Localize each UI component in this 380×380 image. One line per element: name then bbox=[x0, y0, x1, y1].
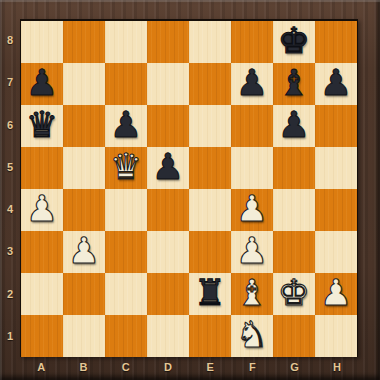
rank-label-2: 2 bbox=[0, 273, 20, 315]
square-b7[interactable] bbox=[63, 63, 105, 105]
black-pawn[interactable]: ♟ bbox=[320, 62, 352, 104]
square-d1[interactable] bbox=[147, 315, 189, 357]
white-pawn[interactable]: ♟ bbox=[320, 272, 352, 314]
file-label-f: F bbox=[231, 357, 273, 377]
white-king[interactable]: ♚ bbox=[278, 272, 310, 314]
square-h3[interactable] bbox=[315, 231, 357, 273]
white-pawn[interactable]: ♟ bbox=[236, 188, 268, 230]
white-pawn[interactable]: ♟ bbox=[26, 188, 58, 230]
square-e6[interactable] bbox=[189, 105, 231, 147]
file-label-b: B bbox=[62, 357, 104, 377]
file-label-c: C bbox=[105, 357, 147, 377]
square-c3[interactable] bbox=[105, 231, 147, 273]
square-e1[interactable] bbox=[189, 315, 231, 357]
file-label-h: H bbox=[316, 357, 358, 377]
rank-label-4: 4 bbox=[0, 188, 20, 230]
black-rook[interactable]: ♜ bbox=[194, 272, 226, 314]
square-d3[interactable] bbox=[147, 231, 189, 273]
square-g3[interactable] bbox=[273, 231, 315, 273]
square-c1[interactable] bbox=[105, 315, 147, 357]
file-label-a: A bbox=[20, 357, 62, 377]
square-d8[interactable] bbox=[147, 21, 189, 63]
black-pawn[interactable]: ♟ bbox=[278, 104, 310, 146]
square-f5[interactable] bbox=[231, 147, 273, 189]
chess-board-window: 8 7 6 5 4 3 2 1 ♚♟♟♝♟♛♟♟♛♟♟♟♟♟♜♝♚♟♞ A B … bbox=[0, 0, 380, 380]
square-a3[interactable] bbox=[21, 231, 63, 273]
square-a5[interactable] bbox=[21, 147, 63, 189]
square-c4[interactable] bbox=[105, 189, 147, 231]
square-d7[interactable] bbox=[147, 63, 189, 105]
square-h8[interactable] bbox=[315, 21, 357, 63]
square-f4[interactable]: ♟ bbox=[231, 189, 273, 231]
rank-label-1: 1 bbox=[0, 315, 20, 357]
black-pawn[interactable]: ♟ bbox=[26, 62, 58, 104]
file-label-g: G bbox=[274, 357, 316, 377]
square-e2[interactable]: ♜ bbox=[189, 273, 231, 315]
square-g7[interactable]: ♝ bbox=[273, 63, 315, 105]
square-a2[interactable] bbox=[21, 273, 63, 315]
square-a1[interactable] bbox=[21, 315, 63, 357]
black-queen[interactable]: ♛ bbox=[26, 104, 58, 146]
square-g1[interactable] bbox=[273, 315, 315, 357]
square-b6[interactable] bbox=[63, 105, 105, 147]
square-g8[interactable]: ♚ bbox=[273, 21, 315, 63]
file-labels: A B C D E F G H bbox=[20, 357, 358, 377]
square-f3[interactable]: ♟ bbox=[231, 231, 273, 273]
black-king[interactable]: ♚ bbox=[278, 20, 310, 62]
square-f2[interactable]: ♝ bbox=[231, 273, 273, 315]
square-c8[interactable] bbox=[105, 21, 147, 63]
square-b2[interactable] bbox=[63, 273, 105, 315]
square-e5[interactable] bbox=[189, 147, 231, 189]
square-a7[interactable]: ♟ bbox=[21, 63, 63, 105]
square-b5[interactable] bbox=[63, 147, 105, 189]
rank-label-5: 5 bbox=[0, 146, 20, 188]
square-g5[interactable] bbox=[273, 147, 315, 189]
square-h2[interactable]: ♟ bbox=[315, 273, 357, 315]
file-label-d: D bbox=[147, 357, 189, 377]
square-h4[interactable] bbox=[315, 189, 357, 231]
square-e4[interactable] bbox=[189, 189, 231, 231]
black-pawn[interactable]: ♟ bbox=[152, 146, 184, 188]
square-b4[interactable] bbox=[63, 189, 105, 231]
square-f8[interactable] bbox=[231, 21, 273, 63]
rank-labels: 8 7 6 5 4 3 2 1 bbox=[0, 19, 20, 357]
square-h1[interactable] bbox=[315, 315, 357, 357]
square-c6[interactable]: ♟ bbox=[105, 105, 147, 147]
square-g4[interactable] bbox=[273, 189, 315, 231]
square-h7[interactable]: ♟ bbox=[315, 63, 357, 105]
rank-label-6: 6 bbox=[0, 104, 20, 146]
square-b3[interactable]: ♟ bbox=[63, 231, 105, 273]
square-h6[interactable] bbox=[315, 105, 357, 147]
square-c7[interactable] bbox=[105, 63, 147, 105]
square-c5[interactable]: ♛ bbox=[105, 147, 147, 189]
black-pawn[interactable]: ♟ bbox=[110, 104, 142, 146]
square-d6[interactable] bbox=[147, 105, 189, 147]
rank-label-7: 7 bbox=[0, 61, 20, 103]
white-pawn[interactable]: ♟ bbox=[236, 230, 268, 272]
square-e7[interactable] bbox=[189, 63, 231, 105]
square-f1[interactable]: ♞ bbox=[231, 315, 273, 357]
square-a4[interactable]: ♟ bbox=[21, 189, 63, 231]
black-bishop[interactable]: ♝ bbox=[278, 62, 310, 104]
rank-label-3: 3 bbox=[0, 230, 20, 272]
square-c2[interactable] bbox=[105, 273, 147, 315]
black-pawn[interactable]: ♟ bbox=[236, 62, 268, 104]
white-pawn[interactable]: ♟ bbox=[68, 230, 100, 272]
white-knight[interactable]: ♞ bbox=[236, 314, 268, 356]
square-h5[interactable] bbox=[315, 147, 357, 189]
square-g2[interactable]: ♚ bbox=[273, 273, 315, 315]
square-d2[interactable] bbox=[147, 273, 189, 315]
square-e8[interactable] bbox=[189, 21, 231, 63]
file-label-e: E bbox=[189, 357, 231, 377]
square-d4[interactable] bbox=[147, 189, 189, 231]
white-queen[interactable]: ♛ bbox=[110, 146, 142, 188]
square-b1[interactable] bbox=[63, 315, 105, 357]
square-f6[interactable] bbox=[231, 105, 273, 147]
chess-board: ♚♟♟♝♟♛♟♟♛♟♟♟♟♟♜♝♚♟♞ bbox=[20, 19, 358, 357]
rank-label-8: 8 bbox=[0, 19, 20, 61]
square-e3[interactable] bbox=[189, 231, 231, 273]
white-bishop[interactable]: ♝ bbox=[236, 272, 268, 314]
square-b8[interactable] bbox=[63, 21, 105, 63]
square-g6[interactable]: ♟ bbox=[273, 105, 315, 147]
square-a8[interactable] bbox=[21, 21, 63, 63]
square-f7[interactable]: ♟ bbox=[231, 63, 273, 105]
square-a6[interactable]: ♛ bbox=[21, 105, 63, 147]
square-d5[interactable]: ♟ bbox=[147, 147, 189, 189]
